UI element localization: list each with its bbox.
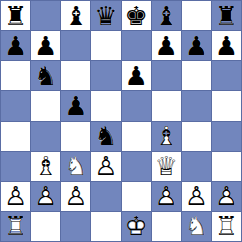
piece-glyph: ♜ bbox=[212, 1, 241, 30]
black-rook[interactable]: ♖♜ bbox=[1, 1, 30, 30]
square-f3[interactable]: ♛♕ bbox=[152, 152, 181, 181]
square-f5[interactable] bbox=[152, 91, 181, 120]
piece-fill-layer: ♖ bbox=[212, 1, 241, 30]
piece-fill-layer: ♟ bbox=[152, 182, 181, 211]
piece-fill-layer: ♝ bbox=[31, 152, 60, 181]
square-d7[interactable] bbox=[91, 31, 120, 60]
square-h2[interactable]: ♟♙ bbox=[212, 182, 241, 211]
square-e6[interactable]: ♙♟ bbox=[122, 61, 151, 90]
piece-fill-layer: ♜ bbox=[1, 212, 30, 241]
piece-fill-layer: ♟ bbox=[212, 182, 241, 211]
piece-fill-layer: ♗ bbox=[61, 1, 90, 30]
piece-glyph: ♕ bbox=[152, 152, 181, 181]
square-b6[interactable]: ♘♞ bbox=[31, 61, 60, 90]
piece-glyph: ♞ bbox=[31, 61, 60, 90]
square-h1[interactable]: ♜♖ bbox=[212, 212, 241, 241]
square-e2[interactable] bbox=[122, 182, 151, 211]
square-f7[interactable]: ♙♟ bbox=[152, 31, 181, 60]
square-g2[interactable]: ♟♙ bbox=[182, 182, 211, 211]
square-b7[interactable]: ♙♟ bbox=[31, 31, 60, 60]
square-c1[interactable] bbox=[61, 212, 90, 241]
piece-glyph: ♟ bbox=[152, 31, 181, 60]
white-knight[interactable]: ♞♘ bbox=[182, 212, 211, 241]
piece-glyph: ♙ bbox=[1, 182, 30, 211]
square-d1[interactable] bbox=[91, 212, 120, 241]
square-b2[interactable]: ♟♙ bbox=[31, 182, 60, 211]
square-h4[interactable] bbox=[212, 122, 241, 151]
square-d2[interactable] bbox=[91, 182, 120, 211]
square-b3[interactable]: ♝♗ bbox=[31, 152, 60, 181]
piece-fill-layer: ♘ bbox=[91, 122, 120, 151]
square-g5[interactable] bbox=[182, 91, 211, 120]
piece-fill-layer: ♟ bbox=[1, 182, 30, 211]
square-b8[interactable] bbox=[31, 1, 60, 30]
piece-glyph: ♛ bbox=[91, 1, 120, 30]
square-g7[interactable]: ♙♟ bbox=[182, 31, 211, 60]
piece-glyph: ♟ bbox=[182, 31, 211, 60]
piece-fill-layer: ♟ bbox=[31, 182, 60, 211]
piece-glyph: ♖ bbox=[1, 212, 30, 241]
white-king[interactable]: ♚♔ bbox=[122, 212, 151, 241]
piece-fill-layer: ♟ bbox=[61, 182, 90, 211]
white-queen[interactable]: ♛♕ bbox=[152, 152, 181, 181]
white-pawn[interactable]: ♟♙ bbox=[31, 182, 60, 211]
piece-fill-layer: ♝ bbox=[152, 122, 181, 151]
piece-glyph: ♖ bbox=[212, 212, 241, 241]
piece-glyph: ♝ bbox=[61, 1, 90, 30]
piece-fill-layer: ♗ bbox=[152, 1, 181, 30]
white-pawn[interactable]: ♟♙ bbox=[91, 152, 120, 181]
square-g8[interactable] bbox=[182, 1, 211, 30]
square-g6[interactable] bbox=[182, 61, 211, 90]
square-a8[interactable]: ♖♜ bbox=[1, 1, 30, 30]
white-rook[interactable]: ♜♖ bbox=[212, 212, 241, 241]
square-c5[interactable]: ♙♟ bbox=[61, 91, 90, 120]
square-f2[interactable]: ♟♙ bbox=[152, 182, 181, 211]
piece-fill-layer: ♞ bbox=[61, 152, 90, 181]
square-h6[interactable] bbox=[212, 61, 241, 90]
piece-glyph: ♝ bbox=[152, 1, 181, 30]
piece-glyph: ♙ bbox=[152, 182, 181, 211]
piece-fill-layer: ♙ bbox=[182, 31, 211, 60]
square-d4[interactable]: ♘♞ bbox=[91, 122, 120, 151]
piece-fill-layer: ♟ bbox=[182, 182, 211, 211]
piece-glyph: ♚ bbox=[122, 1, 151, 30]
piece-fill-layer: ♙ bbox=[61, 91, 90, 120]
piece-glyph: ♔ bbox=[122, 212, 151, 241]
black-rook[interactable]: ♖♜ bbox=[212, 1, 241, 30]
white-bishop[interactable]: ♝♗ bbox=[31, 152, 60, 181]
piece-fill-layer: ♜ bbox=[212, 212, 241, 241]
square-a5[interactable] bbox=[1, 91, 30, 120]
square-c7[interactable] bbox=[61, 31, 90, 60]
square-c3[interactable]: ♞♘ bbox=[61, 152, 90, 181]
piece-fill-layer: ♕ bbox=[91, 1, 120, 30]
piece-glyph: ♙ bbox=[182, 182, 211, 211]
black-pawn[interactable]: ♙♟ bbox=[212, 31, 241, 60]
black-pawn[interactable]: ♙♟ bbox=[122, 61, 151, 90]
black-knight[interactable]: ♘♞ bbox=[91, 122, 120, 151]
piece-glyph: ♟ bbox=[31, 31, 60, 60]
square-g4[interactable] bbox=[182, 122, 211, 151]
black-pawn[interactable]: ♙♟ bbox=[61, 91, 90, 120]
square-a2[interactable]: ♟♙ bbox=[1, 182, 30, 211]
piece-glyph: ♘ bbox=[182, 212, 211, 241]
square-a3[interactable] bbox=[1, 152, 30, 181]
square-a1[interactable]: ♜♖ bbox=[1, 212, 30, 241]
piece-fill-layer: ♘ bbox=[31, 61, 60, 90]
piece-fill-layer: ♞ bbox=[182, 212, 211, 241]
square-e5[interactable] bbox=[122, 91, 151, 120]
piece-glyph: ♟ bbox=[1, 31, 30, 60]
piece-fill-layer: ♚ bbox=[122, 212, 151, 241]
piece-fill-layer: ♙ bbox=[122, 61, 151, 90]
square-a7[interactable]: ♙♟ bbox=[1, 31, 30, 60]
piece-fill-layer: ♙ bbox=[1, 31, 30, 60]
white-pawn[interactable]: ♟♙ bbox=[212, 182, 241, 211]
white-rook[interactable]: ♜♖ bbox=[1, 212, 30, 241]
piece-glyph: ♗ bbox=[152, 122, 181, 151]
black-pawn[interactable]: ♙♟ bbox=[182, 31, 211, 60]
piece-glyph: ♞ bbox=[91, 122, 120, 151]
square-e8[interactable]: ♔♚ bbox=[122, 1, 151, 30]
square-f8[interactable]: ♗♝ bbox=[152, 1, 181, 30]
white-knight[interactable]: ♞♘ bbox=[61, 152, 90, 181]
chess-board-container: ♖♜♗♝♕♛♔♚♗♝♖♜♙♟♙♟♙♟♙♟♙♟♘♞♙♟♙♟♘♞♝♗♝♗♞♘♟♙♛♕… bbox=[0, 0, 242, 242]
piece-glyph: ♙ bbox=[61, 182, 90, 211]
piece-fill-layer: ♙ bbox=[152, 31, 181, 60]
white-pawn[interactable]: ♟♙ bbox=[1, 182, 30, 211]
square-c2[interactable]: ♟♙ bbox=[61, 182, 90, 211]
square-f4[interactable]: ♝♗ bbox=[152, 122, 181, 151]
piece-fill-layer: ♔ bbox=[122, 1, 151, 30]
piece-glyph: ♙ bbox=[31, 182, 60, 211]
square-h5[interactable] bbox=[212, 91, 241, 120]
piece-glyph: ♘ bbox=[61, 152, 90, 181]
black-pawn[interactable]: ♙♟ bbox=[1, 31, 30, 60]
piece-glyph: ♗ bbox=[31, 152, 60, 181]
piece-fill-layer: ♛ bbox=[152, 152, 181, 181]
square-g3[interactable] bbox=[182, 152, 211, 181]
white-bishop[interactable]: ♝♗ bbox=[152, 122, 181, 151]
square-f6[interactable] bbox=[152, 61, 181, 90]
piece-glyph: ♟ bbox=[61, 91, 90, 120]
black-knight[interactable]: ♘♞ bbox=[31, 61, 60, 90]
piece-glyph: ♙ bbox=[212, 182, 241, 211]
square-a4[interactable] bbox=[1, 122, 30, 151]
black-queen[interactable]: ♕♛ bbox=[91, 1, 120, 30]
black-bishop[interactable]: ♗♝ bbox=[152, 1, 181, 30]
black-pawn[interactable]: ♙♟ bbox=[152, 31, 181, 60]
square-g1[interactable]: ♞♘ bbox=[182, 212, 211, 241]
chess-board: ♖♜♗♝♕♛♔♚♗♝♖♜♙♟♙♟♙♟♙♟♙♟♘♞♙♟♙♟♘♞♝♗♝♗♞♘♟♙♛♕… bbox=[0, 0, 242, 242]
square-d6[interactable] bbox=[91, 61, 120, 90]
square-c8[interactable]: ♗♝ bbox=[61, 1, 90, 30]
white-pawn[interactable]: ♟♙ bbox=[182, 182, 211, 211]
square-b1[interactable] bbox=[31, 212, 60, 241]
square-c6[interactable] bbox=[61, 61, 90, 90]
square-b4[interactable] bbox=[31, 122, 60, 151]
square-a6[interactable] bbox=[1, 61, 30, 90]
square-e1[interactable]: ♚♔ bbox=[122, 212, 151, 241]
black-pawn[interactable]: ♙♟ bbox=[31, 31, 60, 60]
black-bishop[interactable]: ♗♝ bbox=[61, 1, 90, 30]
piece-glyph: ♟ bbox=[212, 31, 241, 60]
square-d3[interactable]: ♟♙ bbox=[91, 152, 120, 181]
piece-glyph: ♟ bbox=[122, 61, 151, 90]
square-e3[interactable] bbox=[122, 152, 151, 181]
piece-fill-layer: ♙ bbox=[212, 31, 241, 60]
black-king[interactable]: ♔♚ bbox=[122, 1, 151, 30]
piece-fill-layer: ♙ bbox=[31, 31, 60, 60]
piece-glyph: ♜ bbox=[1, 1, 30, 30]
piece-glyph: ♙ bbox=[91, 152, 120, 181]
white-pawn[interactable]: ♟♙ bbox=[152, 182, 181, 211]
white-pawn[interactable]: ♟♙ bbox=[61, 182, 90, 211]
square-f1[interactable] bbox=[152, 212, 181, 241]
square-e4[interactable] bbox=[122, 122, 151, 151]
square-b5[interactable] bbox=[31, 91, 60, 120]
square-c4[interactable] bbox=[61, 122, 90, 151]
square-h3[interactable] bbox=[212, 152, 241, 181]
square-d5[interactable] bbox=[91, 91, 120, 120]
piece-fill-layer: ♖ bbox=[1, 1, 30, 30]
square-e7[interactable] bbox=[122, 31, 151, 60]
square-d8[interactable]: ♕♛ bbox=[91, 1, 120, 30]
square-h8[interactable]: ♖♜ bbox=[212, 1, 241, 30]
square-h7[interactable]: ♙♟ bbox=[212, 31, 241, 60]
piece-fill-layer: ♟ bbox=[91, 152, 120, 181]
